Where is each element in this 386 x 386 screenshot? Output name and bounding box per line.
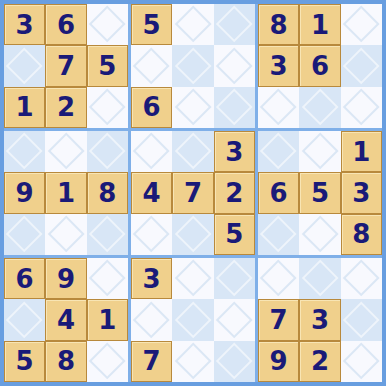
cell-r2c9[interactable]: [341, 45, 382, 86]
cell-r3c8[interactable]: [299, 87, 340, 128]
cell-r9c3[interactable]: [87, 341, 128, 382]
cell-r6c7[interactable]: [258, 214, 299, 255]
cell-r3c7[interactable]: [258, 87, 299, 128]
cell-r3c5[interactable]: [172, 87, 213, 128]
sudoku-board: 3675125681369183472516538694158377392: [0, 0, 386, 386]
diamond-icon: [216, 301, 253, 338]
cell-r8c9[interactable]: [341, 299, 382, 340]
cell-r1c9[interactable]: [341, 4, 382, 45]
cell-r1c8: 1: [299, 4, 340, 45]
cell-r7c5[interactable]: [172, 258, 213, 299]
cell-r9c6[interactable]: [214, 341, 255, 382]
cell-r5c5: 7: [172, 172, 213, 213]
diamond-icon: [174, 216, 211, 253]
cell-r6c9: 8: [341, 214, 382, 255]
cell-r4c2[interactable]: [45, 131, 86, 172]
diamond-icon: [216, 343, 253, 380]
cell-r4c6: 3: [214, 131, 255, 172]
diamond-icon: [133, 47, 170, 84]
box-r1c2: 56: [131, 4, 255, 128]
cell-r4c1[interactable]: [4, 131, 45, 172]
cell-r1c5[interactable]: [172, 4, 213, 45]
cell-r8c1[interactable]: [4, 299, 45, 340]
diamond-icon: [343, 301, 380, 338]
diamond-icon: [343, 6, 380, 43]
diamond-icon: [133, 133, 170, 170]
cell-r7c2: 9: [45, 258, 86, 299]
cell-r5c1: 9: [4, 172, 45, 213]
cell-r7c1: 6: [4, 258, 45, 299]
diamond-icon: [89, 89, 126, 126]
cell-r7c6[interactable]: [214, 258, 255, 299]
diamond-icon: [343, 47, 380, 84]
cell-r6c4[interactable]: [131, 214, 172, 255]
box-r1c1: 367512: [4, 4, 128, 128]
diamond-icon: [174, 133, 211, 170]
diamond-icon: [343, 89, 380, 126]
diamond-icon: [301, 89, 338, 126]
cell-r8c5[interactable]: [172, 299, 213, 340]
diamond-icon: [260, 216, 297, 253]
cell-r1c3[interactable]: [87, 4, 128, 45]
diamond-icon: [260, 133, 297, 170]
box-r2c3: 16538: [258, 131, 382, 255]
cell-r1c7: 8: [258, 4, 299, 45]
diamond-icon: [6, 216, 43, 253]
cell-r3c3[interactable]: [87, 87, 128, 128]
cell-r9c4: 7: [131, 341, 172, 382]
cell-r6c2[interactable]: [45, 214, 86, 255]
cell-r8c7: 7: [258, 299, 299, 340]
box-r3c1: 694158: [4, 258, 128, 382]
diamond-icon: [216, 89, 253, 126]
diamond-icon: [89, 260, 126, 297]
diamond-icon: [133, 301, 170, 338]
cell-r2c1[interactable]: [4, 45, 45, 86]
cell-r6c3[interactable]: [87, 214, 128, 255]
cell-r9c1: 5: [4, 341, 45, 382]
diamond-icon: [301, 216, 338, 253]
cell-r2c4[interactable]: [131, 45, 172, 86]
diamond-icon: [47, 216, 84, 253]
diamond-icon: [216, 260, 253, 297]
cell-r2c7: 3: [258, 45, 299, 86]
cell-r9c8: 2: [299, 341, 340, 382]
diamond-icon: [89, 343, 126, 380]
cell-r6c1[interactable]: [4, 214, 45, 255]
box-r2c1: 918: [4, 131, 128, 255]
cell-r4c4[interactable]: [131, 131, 172, 172]
cell-r4c3[interactable]: [87, 131, 128, 172]
cell-r8c2: 4: [45, 299, 86, 340]
cell-r2c5[interactable]: [172, 45, 213, 86]
cell-r3c1: 1: [4, 87, 45, 128]
cell-r1c1: 3: [4, 4, 45, 45]
box-r3c2: 37: [131, 258, 255, 382]
cell-r5c4: 4: [131, 172, 172, 213]
cell-r5c6: 2: [214, 172, 255, 213]
cell-r5c7: 6: [258, 172, 299, 213]
diamond-icon: [216, 6, 253, 43]
cell-r4c7[interactable]: [258, 131, 299, 172]
cell-r1c2: 6: [45, 4, 86, 45]
cell-r8c3: 1: [87, 299, 128, 340]
diamond-icon: [133, 216, 170, 253]
cell-r6c6: 5: [214, 214, 255, 255]
diamond-icon: [216, 47, 253, 84]
cell-r7c3[interactable]: [87, 258, 128, 299]
cell-r2c8: 6: [299, 45, 340, 86]
diamond-icon: [174, 260, 211, 297]
diamond-icon: [174, 301, 211, 338]
cell-r1c6[interactable]: [214, 4, 255, 45]
cell-r5c9: 3: [341, 172, 382, 213]
cell-r3c2: 2: [45, 87, 86, 128]
cell-r2c2: 7: [45, 45, 86, 86]
diamond-icon: [301, 260, 338, 297]
cell-r3c9[interactable]: [341, 87, 382, 128]
box-r2c2: 34725: [131, 131, 255, 255]
diamond-icon: [174, 6, 211, 43]
cell-r7c4: 3: [131, 258, 172, 299]
diamond-icon: [6, 133, 43, 170]
cell-r8c6[interactable]: [214, 299, 255, 340]
cell-r3c6[interactable]: [214, 87, 255, 128]
diamond-icon: [47, 133, 84, 170]
cell-r8c4[interactable]: [131, 299, 172, 340]
diamond-icon: [6, 47, 43, 84]
cell-r6c8[interactable]: [299, 214, 340, 255]
diamond-icon: [174, 47, 211, 84]
cell-r9c7: 9: [258, 341, 299, 382]
diamond-icon: [6, 301, 43, 338]
cell-r5c3: 8: [87, 172, 128, 213]
cell-r9c2: 8: [45, 341, 86, 382]
diamond-icon: [89, 216, 126, 253]
cell-r4c5[interactable]: [172, 131, 213, 172]
diamond-icon: [301, 133, 338, 170]
cell-r5c2: 1: [45, 172, 86, 213]
diamond-icon: [89, 133, 126, 170]
box-r3c3: 7392: [258, 258, 382, 382]
cell-r9c5[interactable]: [172, 341, 213, 382]
diamond-icon: [89, 6, 126, 43]
cell-r4c9: 1: [341, 131, 382, 172]
cell-r6c5[interactable]: [172, 214, 213, 255]
cell-r1c4: 5: [131, 4, 172, 45]
box-r1c3: 8136: [258, 4, 382, 128]
cell-r9c9[interactable]: [341, 341, 382, 382]
diamond-icon: [174, 343, 211, 380]
cell-r3c4: 6: [131, 87, 172, 128]
diamond-icon: [174, 89, 211, 126]
cell-r2c3: 5: [87, 45, 128, 86]
cell-r4c8[interactable]: [299, 131, 340, 172]
cell-r8c8: 3: [299, 299, 340, 340]
cell-r7c7[interactable]: [258, 258, 299, 299]
diamond-icon: [343, 343, 380, 380]
cell-r7c9[interactable]: [341, 258, 382, 299]
diamond-icon: [260, 89, 297, 126]
cell-r7c8[interactable]: [299, 258, 340, 299]
cell-r2c6[interactable]: [214, 45, 255, 86]
cell-r5c8: 5: [299, 172, 340, 213]
diamond-icon: [343, 260, 380, 297]
diamond-icon: [260, 260, 297, 297]
